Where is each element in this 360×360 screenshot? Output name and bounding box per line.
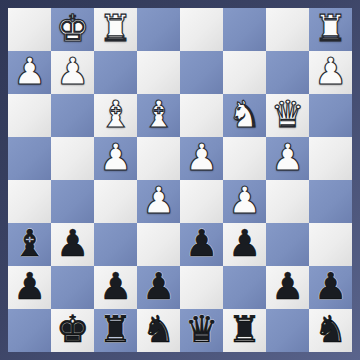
white-pawn[interactable]: ♟	[94, 137, 137, 180]
square-c4[interactable]	[223, 137, 266, 180]
black-king[interactable]: ♚	[51, 309, 94, 352]
square-a8[interactable]: ♞	[309, 309, 352, 352]
square-b4[interactable]: ♟	[266, 137, 309, 180]
square-d1[interactable]	[180, 8, 223, 51]
black-knight[interactable]: ♞	[309, 309, 352, 352]
black-pawn[interactable]: ♟	[51, 223, 94, 266]
black-pawn[interactable]: ♟	[94, 266, 137, 309]
white-king[interactable]: ♚	[51, 8, 94, 51]
square-c1[interactable]	[223, 8, 266, 51]
square-b6[interactable]	[266, 223, 309, 266]
black-pawn[interactable]: ♟	[137, 266, 180, 309]
square-g1[interactable]: ♚	[51, 8, 94, 51]
white-knight[interactable]: ♞	[223, 94, 266, 137]
square-e8[interactable]: ♞	[137, 309, 180, 352]
square-e7[interactable]: ♟	[137, 266, 180, 309]
square-f5[interactable]	[94, 180, 137, 223]
square-d5[interactable]	[180, 180, 223, 223]
square-h6[interactable]: ♝	[8, 223, 51, 266]
black-rook[interactable]: ♜	[94, 309, 137, 352]
square-d2[interactable]	[180, 51, 223, 94]
square-g7[interactable]	[51, 266, 94, 309]
square-g3[interactable]	[51, 94, 94, 137]
square-b7[interactable]: ♟	[266, 266, 309, 309]
square-e3[interactable]: ♝	[137, 94, 180, 137]
square-e6[interactable]	[137, 223, 180, 266]
square-d7[interactable]	[180, 266, 223, 309]
square-g5[interactable]	[51, 180, 94, 223]
square-b3[interactable]: ♛	[266, 94, 309, 137]
square-d3[interactable]	[180, 94, 223, 137]
square-h1[interactable]	[8, 8, 51, 51]
square-c2[interactable]	[223, 51, 266, 94]
square-g8[interactable]: ♚	[51, 309, 94, 352]
square-h2[interactable]: ♟	[8, 51, 51, 94]
white-rook[interactable]: ♜	[309, 8, 352, 51]
square-e1[interactable]	[137, 8, 180, 51]
square-f4[interactable]: ♟	[94, 137, 137, 180]
square-b8[interactable]	[266, 309, 309, 352]
square-f3[interactable]: ♝	[94, 94, 137, 137]
white-pawn[interactable]: ♟	[309, 51, 352, 94]
board-frame: ♚♜♜♟♟♟♝♝♞♛♟♟♟♟♟♝♟♟♟♟♟♟♟♟♚♜♞♛♜♞	[0, 0, 360, 360]
square-d4[interactable]: ♟	[180, 137, 223, 180]
black-pawn[interactable]: ♟	[266, 266, 309, 309]
square-h7[interactable]: ♟	[8, 266, 51, 309]
square-h8[interactable]	[8, 309, 51, 352]
square-a2[interactable]: ♟	[309, 51, 352, 94]
square-f1[interactable]: ♜	[94, 8, 137, 51]
white-pawn[interactable]: ♟	[266, 137, 309, 180]
square-c7[interactable]	[223, 266, 266, 309]
square-g4[interactable]	[51, 137, 94, 180]
square-e5[interactable]: ♟	[137, 180, 180, 223]
square-c3[interactable]: ♞	[223, 94, 266, 137]
square-a7[interactable]: ♟	[309, 266, 352, 309]
square-f2[interactable]	[94, 51, 137, 94]
square-f8[interactable]: ♜	[94, 309, 137, 352]
black-pawn[interactable]: ♟	[223, 223, 266, 266]
square-b2[interactable]	[266, 51, 309, 94]
white-pawn[interactable]: ♟	[137, 180, 180, 223]
white-rook[interactable]: ♜	[94, 8, 137, 51]
square-f7[interactable]: ♟	[94, 266, 137, 309]
square-a6[interactable]	[309, 223, 352, 266]
square-a3[interactable]	[309, 94, 352, 137]
black-queen[interactable]: ♛	[180, 309, 223, 352]
white-queen[interactable]: ♛	[266, 94, 309, 137]
black-pawn[interactable]: ♟	[180, 223, 223, 266]
square-f6[interactable]	[94, 223, 137, 266]
square-b1[interactable]	[266, 8, 309, 51]
square-g2[interactable]: ♟	[51, 51, 94, 94]
white-bishop[interactable]: ♝	[94, 94, 137, 137]
square-d8[interactable]: ♛	[180, 309, 223, 352]
square-e2[interactable]	[137, 51, 180, 94]
square-c8[interactable]: ♜	[223, 309, 266, 352]
square-d6[interactable]: ♟	[180, 223, 223, 266]
square-a4[interactable]	[309, 137, 352, 180]
black-bishop[interactable]: ♝	[8, 223, 51, 266]
white-pawn[interactable]: ♟	[8, 51, 51, 94]
black-pawn[interactable]: ♟	[309, 266, 352, 309]
square-h5[interactable]	[8, 180, 51, 223]
square-a5[interactable]	[309, 180, 352, 223]
square-h3[interactable]	[8, 94, 51, 137]
square-a1[interactable]: ♜	[309, 8, 352, 51]
square-g6[interactable]: ♟	[51, 223, 94, 266]
square-b5[interactable]	[266, 180, 309, 223]
square-c5[interactable]: ♟	[223, 180, 266, 223]
black-rook[interactable]: ♜	[223, 309, 266, 352]
white-pawn[interactable]: ♟	[180, 137, 223, 180]
chess-board: ♚♜♜♟♟♟♝♝♞♛♟♟♟♟♟♝♟♟♟♟♟♟♟♟♚♜♞♛♜♞	[8, 8, 352, 352]
square-c6[interactable]: ♟	[223, 223, 266, 266]
square-e4[interactable]	[137, 137, 180, 180]
black-knight[interactable]: ♞	[137, 309, 180, 352]
white-pawn[interactable]: ♟	[223, 180, 266, 223]
black-pawn[interactable]: ♟	[8, 266, 51, 309]
white-pawn[interactable]: ♟	[51, 51, 94, 94]
square-h4[interactable]	[8, 137, 51, 180]
white-bishop[interactable]: ♝	[137, 94, 180, 137]
